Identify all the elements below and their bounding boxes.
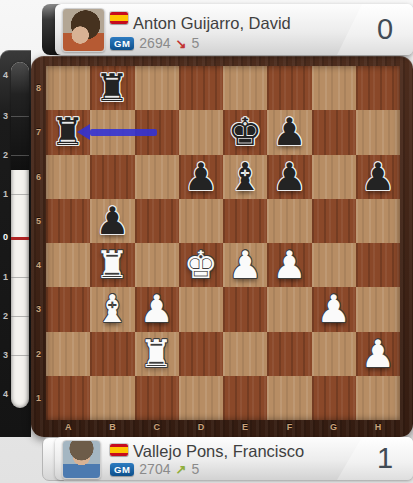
- rating-bottom: 2704: [139, 461, 170, 477]
- piece-white-pawn[interactable]: ♟: [361, 332, 395, 376]
- square-e2[interactable]: [223, 332, 267, 376]
- file-label-f: F: [267, 420, 311, 437]
- rank-label-8: 8: [31, 66, 46, 110]
- evaluation-panel: 432101234: [0, 50, 31, 437]
- piece-white-pawn[interactable]: ♟: [317, 287, 351, 331]
- square-a1[interactable]: [46, 376, 90, 420]
- piece-black-pawn[interactable]: ♟: [184, 155, 218, 199]
- broadcast-board-panel: 432101234 87654321 ABCDEFGH ♜♜♚♟♟♝♟♟♟♜♚♟…: [0, 0, 413, 483]
- evaluation-label-white-2: 2: [0, 311, 11, 321]
- square-e4[interactable]: ♟: [223, 243, 267, 287]
- square-a6[interactable]: [46, 155, 90, 199]
- spain-flag-icon: [110, 12, 128, 24]
- square-c8[interactable]: [135, 66, 179, 110]
- evaluation-tick: [11, 316, 29, 317]
- piece-white-pawn[interactable]: ♟: [140, 287, 174, 331]
- square-e8[interactable]: [223, 66, 267, 110]
- square-g1[interactable]: [312, 376, 356, 420]
- square-e5[interactable]: [223, 199, 267, 243]
- evaluation-tick: [11, 155, 29, 156]
- spain-flag-icon: [110, 444, 128, 456]
- score-bottom: 1: [357, 437, 413, 480]
- square-c6[interactable]: [135, 155, 179, 199]
- square-f6[interactable]: ♟: [267, 155, 311, 199]
- title-badge-bottom: GM: [110, 463, 134, 476]
- square-e1[interactable]: [223, 376, 267, 420]
- square-f3[interactable]: [267, 287, 311, 331]
- square-h1[interactable]: [356, 376, 400, 420]
- square-d7[interactable]: [179, 110, 223, 154]
- file-label-e: E: [223, 420, 267, 437]
- square-g5[interactable]: [312, 199, 356, 243]
- piece-black-rook[interactable]: ♜: [95, 66, 129, 110]
- rank-label-3: 3: [31, 287, 46, 331]
- piece-black-pawn[interactable]: ♟: [272, 155, 306, 199]
- square-h3[interactable]: [356, 287, 400, 331]
- square-d6[interactable]: ♟: [179, 155, 223, 199]
- piece-black-king[interactable]: ♚: [228, 110, 262, 154]
- board-squares: ♜♜♚♟♟♝♟♟♟♜♚♟♟♝♟♟♜♟: [46, 66, 400, 420]
- piece-black-pawn[interactable]: ♟: [272, 110, 306, 154]
- square-d3[interactable]: [179, 287, 223, 331]
- player-name-top: Anton Guijarro, David: [133, 14, 291, 33]
- rank-label-4: 4: [31, 243, 46, 287]
- piece-white-pawn[interactable]: ♟: [228, 243, 262, 287]
- square-a7[interactable]: ♜: [46, 110, 90, 154]
- square-c2[interactable]: ♜: [135, 332, 179, 376]
- piece-white-rook[interactable]: ♜: [140, 332, 174, 376]
- trend-down-icon: ↘: [175, 36, 186, 51]
- evaluation-label-black-3: 3: [0, 111, 11, 121]
- square-b3[interactable]: ♝: [90, 287, 134, 331]
- square-b1[interactable]: [90, 376, 134, 420]
- square-a5[interactable]: [46, 199, 90, 243]
- rank-label-2: 2: [31, 332, 46, 376]
- trend-up-icon: ↗: [175, 462, 186, 477]
- square-c3[interactable]: ♟: [135, 287, 179, 331]
- square-g2[interactable]: [312, 332, 356, 376]
- rank-label-7: 7: [31, 110, 46, 154]
- evaluation-zero-line: [11, 237, 29, 240]
- evaluation-tick: [11, 194, 29, 195]
- square-b2[interactable]: [90, 332, 134, 376]
- square-d1[interactable]: [179, 376, 223, 420]
- piece-black-bishop[interactable]: ♝: [228, 155, 262, 199]
- square-g8[interactable]: [312, 66, 356, 110]
- evaluation-label-black-1: 1: [0, 189, 11, 199]
- square-b8[interactable]: ♜: [90, 66, 134, 110]
- square-h2[interactable]: ♟: [356, 332, 400, 376]
- square-c5[interactable]: [135, 199, 179, 243]
- evaluation-bar: [11, 62, 29, 408]
- player-card-bottom[interactable]: 1 Vallejo Pons, Francisco GM 2704 ↗ 5: [55, 437, 413, 480]
- square-c1[interactable]: [135, 376, 179, 420]
- evaluation-label-black-2: 2: [0, 150, 11, 160]
- evaluation-label-black-4: 4: [0, 70, 11, 80]
- piece-white-rook[interactable]: ♜: [95, 243, 129, 287]
- square-f5[interactable]: [267, 199, 311, 243]
- player-name-bottom: Vallejo Pons, Francisco: [133, 442, 304, 461]
- square-a4[interactable]: [46, 243, 90, 287]
- square-c7[interactable]: [135, 110, 179, 154]
- file-labels: ABCDEFGH: [46, 420, 400, 437]
- square-h5[interactable]: [356, 199, 400, 243]
- square-c4[interactable]: [135, 243, 179, 287]
- rank-labels: 87654321: [31, 66, 46, 420]
- square-f8[interactable]: [267, 66, 311, 110]
- square-a3[interactable]: [46, 287, 90, 331]
- piece-black-pawn[interactable]: ♟: [95, 199, 129, 243]
- square-b4[interactable]: ♜: [90, 243, 134, 287]
- file-label-g: G: [312, 420, 356, 437]
- square-f7[interactable]: ♟: [267, 110, 311, 154]
- rating-top: 2694: [139, 35, 170, 51]
- rank-label-6: 6: [31, 155, 46, 199]
- square-b5[interactable]: ♟: [90, 199, 134, 243]
- square-h7[interactable]: [356, 110, 400, 154]
- trend-value-bottom: 5: [191, 461, 199, 477]
- square-g4[interactable]: [312, 243, 356, 287]
- square-a8[interactable]: [46, 66, 90, 110]
- player-card-top[interactable]: 0 Anton Guijarro, David GM 2694 ↘ 5: [55, 4, 413, 55]
- square-g3[interactable]: ♟: [312, 287, 356, 331]
- trend-value-top: 5: [191, 35, 199, 51]
- square-g6[interactable]: [312, 155, 356, 199]
- piece-white-bishop[interactable]: ♝: [95, 287, 129, 331]
- piece-black-pawn[interactable]: ♟: [361, 155, 395, 199]
- square-b7[interactable]: [90, 110, 134, 154]
- square-a2[interactable]: [46, 332, 90, 376]
- file-label-d: D: [179, 420, 223, 437]
- file-label-h: H: [356, 420, 400, 437]
- square-h8[interactable]: [356, 66, 400, 110]
- score-panel-top: 0: [337, 4, 413, 55]
- file-label-a: A: [46, 420, 90, 437]
- evaluation-tick: [11, 355, 29, 356]
- chess-board: 87654321 ABCDEFGH ♜♜♚♟♟♝♟♟♟♜♚♟♟♝♟♟♜♟: [31, 56, 413, 437]
- square-d8[interactable]: [179, 66, 223, 110]
- avatar-bottom: [62, 440, 101, 479]
- score-top: 0: [357, 4, 413, 55]
- avatar-top: [62, 8, 105, 52]
- square-f4[interactable]: ♟: [267, 243, 311, 287]
- score-panel-bottom: 1: [337, 437, 413, 480]
- evaluation-label-white-1: 1: [0, 272, 11, 282]
- piece-black-rook[interactable]: ♜: [51, 110, 85, 154]
- square-e7[interactable]: ♚: [223, 110, 267, 154]
- file-label-c: C: [135, 420, 179, 437]
- square-f2[interactable]: [267, 332, 311, 376]
- evaluation-tick: [11, 277, 29, 278]
- rank-label-1: 1: [31, 376, 46, 420]
- file-label-b: B: [90, 420, 134, 437]
- square-d2[interactable]: [179, 332, 223, 376]
- evaluation-label-0: 0: [0, 232, 11, 242]
- square-e6[interactable]: ♝: [223, 155, 267, 199]
- rank-label-5: 5: [31, 199, 46, 243]
- piece-white-pawn[interactable]: ♟: [272, 243, 306, 287]
- square-d4[interactable]: ♚: [179, 243, 223, 287]
- evaluation-label-white-3: 3: [0, 350, 11, 360]
- square-f1[interactable]: [267, 376, 311, 420]
- square-b6[interactable]: [90, 155, 134, 199]
- square-g7[interactable]: [312, 110, 356, 154]
- square-h6[interactable]: ♟: [356, 155, 400, 199]
- evaluation-tick: [11, 116, 29, 117]
- square-d5[interactable]: [179, 199, 223, 243]
- piece-white-king[interactable]: ♚: [184, 243, 218, 287]
- evaluation-label-white-4: 4: [0, 389, 11, 399]
- square-h4[interactable]: [356, 243, 400, 287]
- title-badge-top: GM: [110, 37, 134, 50]
- square-e3[interactable]: [223, 287, 267, 331]
